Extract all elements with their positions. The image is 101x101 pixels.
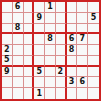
cell-r6c5[interactable] <box>45 56 56 67</box>
given-digit-r6c1[interactable]: 5 <box>2 56 13 67</box>
given-digit-r4c8[interactable]: 7 <box>77 34 88 45</box>
cell-r6c6[interactable] <box>56 56 67 67</box>
cell-r8c2[interactable] <box>13 77 24 88</box>
cell-r2c7[interactable] <box>67 13 78 24</box>
cell-r1c9[interactable] <box>88 2 99 13</box>
cell-r9c7[interactable] <box>67 88 78 99</box>
cell-r2c8[interactable] <box>77 13 88 24</box>
cell-r8c1[interactable] <box>2 77 13 88</box>
cell-r9c8[interactable] <box>77 88 88 99</box>
cell-r4c1[interactable] <box>2 34 13 45</box>
cell-r5c3[interactable] <box>24 45 35 56</box>
given-digit-r2c9[interactable]: 5 <box>88 13 99 24</box>
cell-r2c1[interactable] <box>2 13 13 24</box>
cell-r6c2[interactable] <box>13 56 24 67</box>
given-digit-r5c7[interactable]: 8 <box>67 45 78 56</box>
cell-r3c8[interactable] <box>77 24 88 35</box>
given-digit-r5c1[interactable]: 2 <box>2 45 13 56</box>
cell-r8c5[interactable] <box>45 77 56 88</box>
cell-r3c6[interactable] <box>56 24 67 35</box>
cell-r7c3[interactable] <box>24 67 35 78</box>
cell-r1c3[interactable] <box>24 2 35 13</box>
cell-r9c5[interactable] <box>45 88 56 99</box>
given-digit-r7c6[interactable]: 2 <box>56 67 67 78</box>
cell-r5c8[interactable] <box>77 45 88 56</box>
cell-r9c9[interactable] <box>88 88 99 99</box>
cell-r8c9[interactable] <box>88 77 99 88</box>
given-digit-r7c4[interactable]: 5 <box>34 67 45 78</box>
cell-r7c9[interactable] <box>88 67 99 78</box>
cell-r8c6[interactable] <box>56 77 67 88</box>
cell-r3c1[interactable] <box>2 24 13 35</box>
given-digit-r9c4[interactable]: 1 <box>34 88 45 99</box>
cell-r2c2[interactable] <box>13 13 24 24</box>
cell-r8c4[interactable] <box>34 77 45 88</box>
cell-r3c3[interactable] <box>24 24 35 35</box>
cell-r3c4[interactable] <box>34 24 45 35</box>
given-digit-r1c5[interactable]: 1 <box>45 2 56 13</box>
cell-r9c3[interactable] <box>24 88 35 99</box>
given-digit-r8c7[interactable]: 3 <box>67 77 78 88</box>
cell-r7c7[interactable] <box>67 67 78 78</box>
cell-r6c4[interactable] <box>34 56 45 67</box>
cell-r1c1[interactable] <box>2 2 13 13</box>
cell-r9c1[interactable] <box>2 88 13 99</box>
cell-r4c9[interactable] <box>88 34 99 45</box>
cell-r6c8[interactable] <box>77 56 88 67</box>
cell-r2c6[interactable] <box>56 13 67 24</box>
cell-r7c5[interactable] <box>45 67 56 78</box>
cell-r1c7[interactable] <box>67 2 78 13</box>
cell-r3c9[interactable] <box>88 24 99 35</box>
cell-r4c2[interactable] <box>13 34 24 45</box>
sudoku-board: 61958867285952361 <box>0 0 101 101</box>
cell-r1c4[interactable] <box>34 2 45 13</box>
cell-r5c5[interactable] <box>45 45 56 56</box>
cell-r5c6[interactable] <box>56 45 67 56</box>
given-digit-r8c8[interactable]: 6 <box>77 77 88 88</box>
cell-r3c5[interactable] <box>45 24 56 35</box>
cell-r7c2[interactable] <box>13 67 24 78</box>
given-digit-r3c2[interactable]: 8 <box>13 24 24 35</box>
given-digit-r2c4[interactable]: 9 <box>34 13 45 24</box>
cell-r4c3[interactable] <box>24 34 35 45</box>
cell-r1c6[interactable] <box>56 2 67 13</box>
cell-r7c8[interactable] <box>77 67 88 78</box>
cell-r8c3[interactable] <box>24 77 35 88</box>
cell-r3c7[interactable] <box>67 24 78 35</box>
cell-r4c6[interactable] <box>56 34 67 45</box>
cell-r6c3[interactable] <box>24 56 35 67</box>
cell-r2c3[interactable] <box>24 13 35 24</box>
cell-r6c7[interactable] <box>67 56 78 67</box>
cell-r9c6[interactable] <box>56 88 67 99</box>
cell-r5c4[interactable] <box>34 45 45 56</box>
cell-r5c2[interactable] <box>13 45 24 56</box>
cell-r4c4[interactable] <box>34 34 45 45</box>
cell-r1c8[interactable] <box>77 2 88 13</box>
cell-r5c9[interactable] <box>88 45 99 56</box>
given-digit-r4c5[interactable]: 8 <box>45 34 56 45</box>
given-digit-r4c7[interactable]: 6 <box>67 34 78 45</box>
given-digit-r1c2[interactable]: 6 <box>13 2 24 13</box>
cell-r2c5[interactable] <box>45 13 56 24</box>
cell-r6c9[interactable] <box>88 56 99 67</box>
cell-r9c2[interactable] <box>13 88 24 99</box>
given-digit-r7c1[interactable]: 9 <box>2 67 13 78</box>
